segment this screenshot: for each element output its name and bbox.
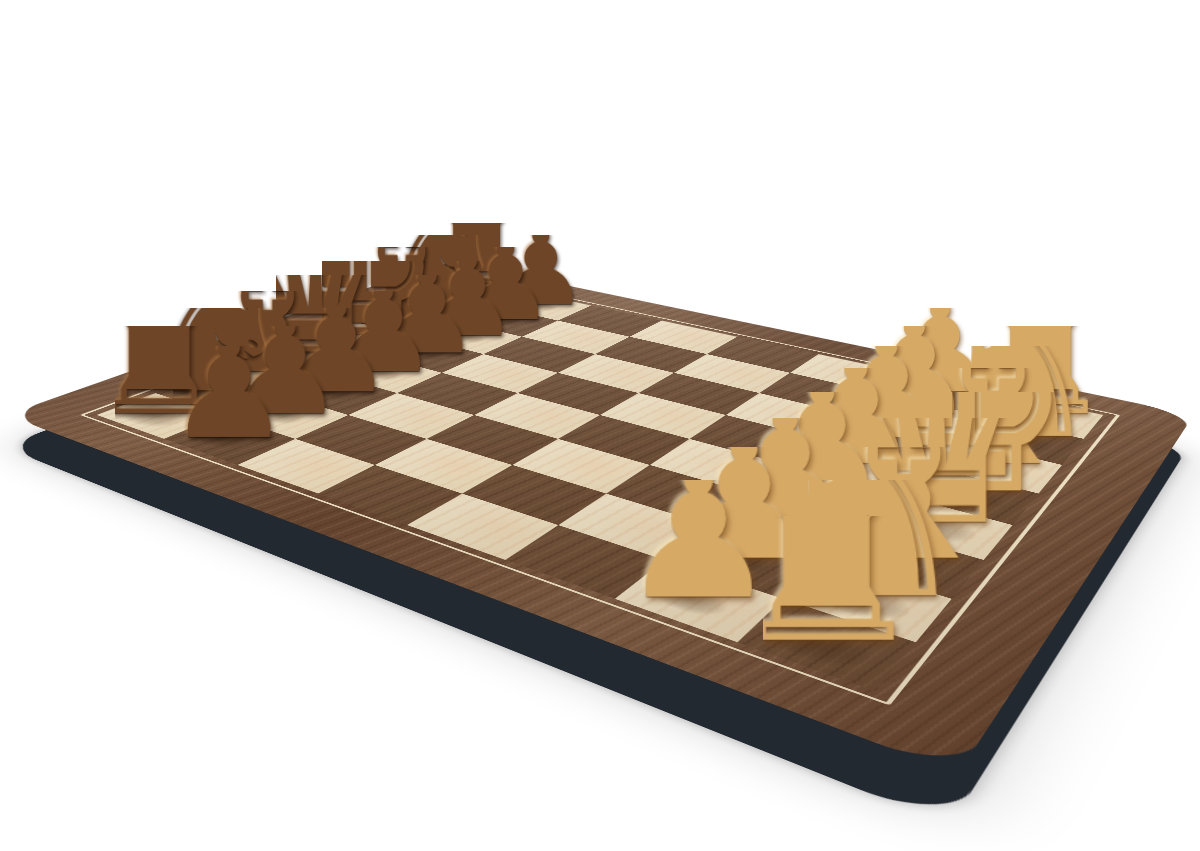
black-pawn-glyph: ♟ — [168, 320, 292, 458]
photo-canvas: ♜♞♝♛♚♝♞♜♟♟♟♟♟♟♟♟♟♟♟♟♟♟♟♟♜♞♝♛♚♝♞♜ — [0, 0, 1200, 851]
white-rook-glyph: ♜ — [720, 437, 934, 676]
piece-black-pawn-a7[interactable]: ♟ — [183, 346, 276, 439]
piece-white-rook-a1[interactable]: ♜ — [764, 516, 890, 642]
perspective-scene: ♜♞♝♛♚♝♞♜♟♟♟♟♟♟♟♟♟♟♟♟♟♟♟♟♜♞♝♛♚♝♞♜ — [0, 0, 1200, 851]
chess-board: ♜♞♝♛♚♝♞♜♟♟♟♟♟♟♟♟♟♟♟♟♟♟♟♟♜♞♝♛♚♝♞♜ — [6, 261, 1194, 774]
